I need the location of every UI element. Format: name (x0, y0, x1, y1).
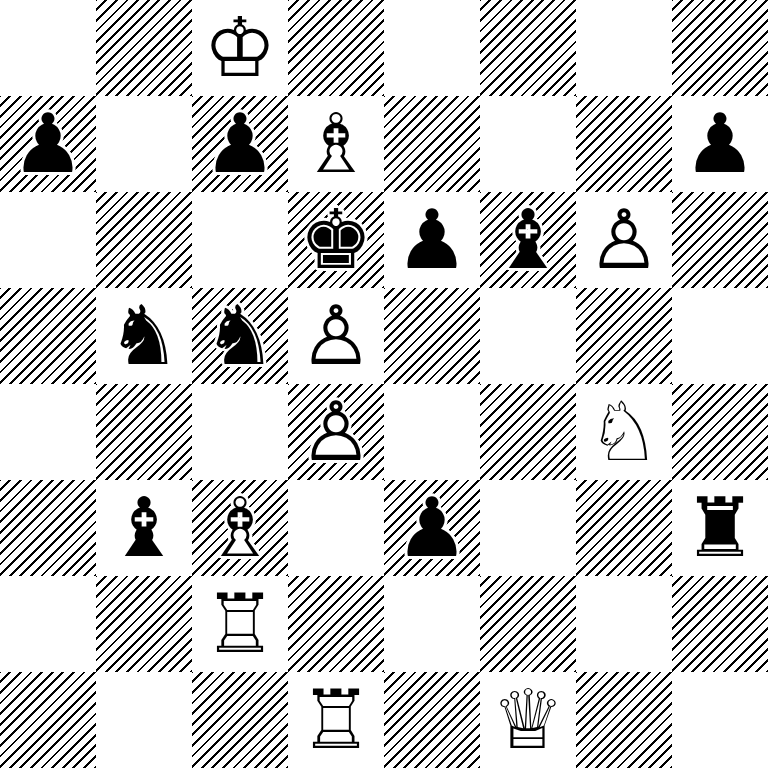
square-a8[interactable] (0, 0, 96, 96)
white-queen: ♛♕ (480, 672, 576, 768)
square-d2[interactable] (288, 576, 384, 672)
square-c3[interactable]: ♝♗ (192, 480, 288, 576)
white-pawn: ♟♙ (576, 192, 672, 288)
square-h1[interactable] (672, 672, 768, 768)
square-a5[interactable] (0, 288, 96, 384)
white-rook-glyph: ♖ (192, 576, 288, 672)
square-d5[interactable]: ♟♙ (288, 288, 384, 384)
square-f2[interactable] (480, 576, 576, 672)
white-king-glyph: ♔ (192, 0, 288, 96)
black-rook-glyph: ♜ (672, 480, 768, 576)
square-c8[interactable]: ♚♔ (192, 0, 288, 96)
square-c5[interactable]: ♞♞ (192, 288, 288, 384)
square-g8[interactable] (576, 0, 672, 96)
square-d8[interactable] (288, 0, 384, 96)
square-c6[interactable] (192, 192, 288, 288)
square-h5[interactable] (672, 288, 768, 384)
square-b1[interactable] (96, 672, 192, 768)
white-rook: ♜♖ (288, 672, 384, 768)
square-a7[interactable]: ♟♟ (0, 96, 96, 192)
square-e5[interactable] (384, 288, 480, 384)
square-b7[interactable] (96, 96, 192, 192)
square-h3[interactable]: ♜♜ (672, 480, 768, 576)
black-rook: ♜♜ (672, 480, 768, 576)
black-pawn-glyph: ♟ (192, 96, 288, 192)
square-b4[interactable] (96, 384, 192, 480)
square-g6[interactable]: ♟♙ (576, 192, 672, 288)
square-f4[interactable] (480, 384, 576, 480)
square-a4[interactable] (0, 384, 96, 480)
black-pawn: ♟♟ (192, 96, 288, 192)
white-pawn-glyph: ♙ (288, 288, 384, 384)
black-pawn-glyph: ♟ (0, 96, 96, 192)
square-h2[interactable] (672, 576, 768, 672)
square-a6[interactable] (0, 192, 96, 288)
black-pawn: ♟♟ (0, 96, 96, 192)
white-king: ♚♔ (192, 0, 288, 96)
square-g5[interactable] (576, 288, 672, 384)
square-d3[interactable] (288, 480, 384, 576)
square-e4[interactable] (384, 384, 480, 480)
white-bishop-glyph: ♗ (192, 480, 288, 576)
black-bishop-glyph: ♝ (96, 480, 192, 576)
white-knight: ♞♘ (576, 384, 672, 480)
square-b8[interactable] (96, 0, 192, 96)
black-knight-glyph: ♞ (192, 288, 288, 384)
white-pawn-glyph: ♙ (288, 384, 384, 480)
square-b2[interactable] (96, 576, 192, 672)
black-knight: ♞♞ (96, 288, 192, 384)
square-c7[interactable]: ♟♟ (192, 96, 288, 192)
black-knight-glyph: ♞ (96, 288, 192, 384)
square-f1[interactable]: ♛♕ (480, 672, 576, 768)
white-pawn-glyph: ♙ (576, 192, 672, 288)
square-g7[interactable] (576, 96, 672, 192)
square-g1[interactable] (576, 672, 672, 768)
square-a1[interactable] (0, 672, 96, 768)
white-pawn: ♟♙ (288, 288, 384, 384)
square-e8[interactable] (384, 0, 480, 96)
square-a2[interactable] (0, 576, 96, 672)
black-pawn: ♟♟ (672, 96, 768, 192)
square-h4[interactable] (672, 384, 768, 480)
chess-board: ♚♔♟♟♟♟♝♗♟♟♚♚♟♟♝♝♟♙♞♞♞♞♟♙♟♙♞♘♝♝♝♗♟♟♜♜♜♖♜♖… (0, 0, 768, 768)
white-rook: ♜♖ (192, 576, 288, 672)
white-queen-glyph: ♕ (480, 672, 576, 768)
black-bishop: ♝♝ (480, 192, 576, 288)
square-b5[interactable]: ♞♞ (96, 288, 192, 384)
square-h8[interactable] (672, 0, 768, 96)
black-pawn: ♟♟ (384, 480, 480, 576)
square-b6[interactable] (96, 192, 192, 288)
square-f3[interactable] (480, 480, 576, 576)
square-f8[interactable] (480, 0, 576, 96)
white-knight-glyph: ♘ (576, 384, 672, 480)
white-pawn: ♟♙ (288, 384, 384, 480)
black-knight: ♞♞ (192, 288, 288, 384)
white-bishop: ♝♗ (288, 96, 384, 192)
black-pawn: ♟♟ (384, 192, 480, 288)
square-f7[interactable] (480, 96, 576, 192)
square-b3[interactable]: ♝♝ (96, 480, 192, 576)
white-rook-glyph: ♖ (288, 672, 384, 768)
square-f6[interactable]: ♝♝ (480, 192, 576, 288)
white-bishop: ♝♗ (192, 480, 288, 576)
square-e2[interactable] (384, 576, 480, 672)
square-a3[interactable] (0, 480, 96, 576)
square-e3[interactable]: ♟♟ (384, 480, 480, 576)
square-c1[interactable] (192, 672, 288, 768)
square-g3[interactable] (576, 480, 672, 576)
black-pawn-glyph: ♟ (672, 96, 768, 192)
square-c4[interactable] (192, 384, 288, 480)
black-pawn-glyph: ♟ (384, 480, 480, 576)
square-d7[interactable]: ♝♗ (288, 96, 384, 192)
square-d6[interactable]: ♚♚ (288, 192, 384, 288)
black-bishop-glyph: ♝ (480, 192, 576, 288)
black-king-glyph: ♚ (288, 192, 384, 288)
square-e6[interactable]: ♟♟ (384, 192, 480, 288)
square-e7[interactable] (384, 96, 480, 192)
square-e1[interactable] (384, 672, 480, 768)
black-bishop: ♝♝ (96, 480, 192, 576)
square-c2[interactable]: ♜♖ (192, 576, 288, 672)
square-d1[interactable]: ♜♖ (288, 672, 384, 768)
square-h7[interactable]: ♟♟ (672, 96, 768, 192)
square-h6[interactable] (672, 192, 768, 288)
white-bishop-glyph: ♗ (288, 96, 384, 192)
square-g2[interactable] (576, 576, 672, 672)
square-f5[interactable] (480, 288, 576, 384)
black-king: ♚♚ (288, 192, 384, 288)
square-d4[interactable]: ♟♙ (288, 384, 384, 480)
square-g4[interactable]: ♞♘ (576, 384, 672, 480)
black-pawn-glyph: ♟ (384, 192, 480, 288)
